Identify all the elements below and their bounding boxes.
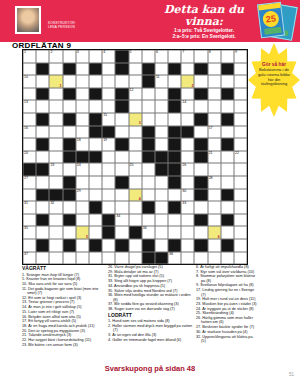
grid-cell bbox=[63, 138, 76, 151]
cell-number: 37 bbox=[24, 252, 28, 256]
grid-cell[interactable] bbox=[142, 50, 155, 63]
grid-cell[interactable] bbox=[89, 50, 102, 63]
grid-cell[interactable] bbox=[155, 226, 168, 239]
grid-cell[interactable]: 21 bbox=[208, 151, 221, 164]
grid-cell[interactable] bbox=[234, 113, 247, 126]
grid-cell[interactable] bbox=[155, 100, 168, 113]
grid-cell[interactable] bbox=[142, 113, 155, 126]
grid-cell[interactable] bbox=[115, 151, 128, 164]
grid-cell[interactable] bbox=[102, 88, 115, 101]
grid-cell[interactable] bbox=[49, 252, 62, 265]
grid-cell[interactable] bbox=[194, 201, 207, 214]
grid-cell bbox=[168, 239, 181, 252]
cell-number: 8 bbox=[209, 50, 211, 54]
grid-cell[interactable]: 8 bbox=[208, 50, 221, 63]
cell-number: 3 bbox=[77, 50, 79, 54]
grid-cell[interactable] bbox=[129, 126, 142, 139]
grid-cell[interactable]: 16 bbox=[23, 126, 36, 139]
grid-cell[interactable] bbox=[168, 50, 181, 63]
grid-cell[interactable] bbox=[102, 252, 115, 265]
grid-cell bbox=[115, 63, 128, 76]
grid-cell bbox=[89, 239, 102, 252]
grid-cell[interactable]: 18 bbox=[76, 138, 89, 151]
clue-item: 14. Är man ju inte i gott sällskap (5) bbox=[22, 305, 105, 309]
grid-cell bbox=[168, 201, 181, 214]
cell-number: 2 bbox=[50, 50, 52, 54]
grid-cell[interactable] bbox=[208, 189, 221, 202]
grid-cell[interactable]: 14 bbox=[181, 100, 194, 113]
grid-cell[interactable] bbox=[221, 100, 234, 113]
grid-cell[interactable] bbox=[208, 100, 221, 113]
grid-cell[interactable] bbox=[63, 75, 76, 88]
grid-cell[interactable] bbox=[49, 113, 62, 126]
grid-cell[interactable] bbox=[36, 226, 49, 239]
grid-cell[interactable] bbox=[234, 226, 247, 239]
grid-cell[interactable] bbox=[129, 201, 142, 214]
grid-cell[interactable] bbox=[194, 126, 207, 139]
grid-cell[interactable] bbox=[234, 75, 247, 88]
grid-cell[interactable] bbox=[115, 226, 128, 239]
grid-cell[interactable] bbox=[102, 189, 115, 202]
grid-cell[interactable] bbox=[23, 138, 36, 151]
cell-number: 38 bbox=[169, 252, 173, 256]
grid-cell bbox=[36, 214, 49, 227]
grid-cell[interactable]: 5 bbox=[76, 226, 89, 239]
grid-cell[interactable]: 33 bbox=[181, 201, 194, 214]
grid-cell[interactable]: 23 bbox=[49, 163, 62, 176]
grid-cell[interactable] bbox=[23, 88, 36, 101]
ticket-value-badge: 25 bbox=[262, 10, 280, 28]
grid-cell bbox=[155, 151, 168, 164]
grid-cell[interactable] bbox=[168, 189, 181, 202]
grid-cell[interactable]: 27 bbox=[23, 176, 36, 189]
cell-number: 30 bbox=[182, 189, 186, 193]
grid-cell[interactable]: 12 bbox=[129, 88, 142, 101]
grid-cell[interactable] bbox=[89, 252, 102, 265]
grid-cell[interactable] bbox=[168, 75, 181, 88]
grid-cell[interactable] bbox=[181, 214, 194, 227]
cell-number: 23 bbox=[50, 163, 54, 167]
grid-cell bbox=[63, 113, 76, 126]
grid-cell[interactable] bbox=[115, 201, 128, 214]
grid-cell[interactable] bbox=[89, 176, 102, 189]
grid-cell[interactable] bbox=[168, 113, 181, 126]
grid-cell bbox=[155, 252, 168, 265]
grid-cell[interactable] bbox=[76, 252, 89, 265]
grid-cell[interactable] bbox=[181, 113, 194, 126]
grid-cell[interactable]: 32 bbox=[49, 201, 62, 214]
grid-cell bbox=[142, 126, 155, 139]
grid-cell[interactable] bbox=[102, 201, 115, 214]
grid-cell[interactable]: 10 bbox=[23, 75, 36, 88]
grid-cell[interactable] bbox=[155, 239, 168, 252]
grid-cell[interactable] bbox=[129, 252, 142, 265]
grid-cell[interactable] bbox=[234, 239, 247, 252]
grid-cell bbox=[102, 226, 115, 239]
grid-cell[interactable]: 24 bbox=[76, 163, 89, 176]
grid-cell[interactable] bbox=[63, 163, 76, 176]
grid-cell bbox=[168, 176, 181, 189]
grid-cell[interactable] bbox=[23, 214, 36, 227]
grid-cell[interactable] bbox=[208, 88, 221, 101]
grid-cell[interactable] bbox=[63, 226, 76, 239]
grid-cell[interactable] bbox=[181, 226, 194, 239]
clue-item: 16. Betyder även alltid som åtta (5) bbox=[22, 315, 105, 319]
grid-cell[interactable] bbox=[36, 252, 49, 265]
grid-cell[interactable]: 15 bbox=[102, 113, 115, 126]
grid-cell[interactable]: 25 bbox=[129, 163, 142, 176]
grid-cell[interactable] bbox=[36, 151, 49, 164]
grid-cell[interactable] bbox=[234, 252, 247, 265]
cell-number: 13 bbox=[24, 100, 28, 104]
scratch-area bbox=[264, 27, 282, 35]
grid-cell[interactable] bbox=[49, 239, 62, 252]
clue-item: 5. Knaster från en knastes höjd (8) bbox=[22, 277, 105, 281]
grid-cell[interactable] bbox=[221, 151, 234, 164]
grid-cell[interactable]: 17 bbox=[208, 126, 221, 139]
grid-cell[interactable] bbox=[23, 239, 36, 252]
grid-cell[interactable] bbox=[181, 151, 194, 164]
cell-number: 1 bbox=[24, 50, 26, 54]
clue-item: 3. Är än egen vid den lilla (3) bbox=[108, 333, 193, 337]
grid-cell[interactable] bbox=[102, 100, 115, 113]
grid-cell[interactable] bbox=[234, 189, 247, 202]
grid-cell[interactable] bbox=[36, 50, 49, 63]
grid-cell[interactable]: 30 bbox=[181, 189, 194, 202]
grid-cell[interactable]: 7 bbox=[181, 50, 194, 63]
grid-cell[interactable] bbox=[221, 252, 234, 265]
grid-cell[interactable] bbox=[63, 100, 76, 113]
grid-cell bbox=[142, 63, 155, 76]
grid-cell[interactable] bbox=[142, 189, 155, 202]
grid-cell[interactable] bbox=[221, 50, 234, 63]
grid-cell[interactable] bbox=[36, 201, 49, 214]
grid-cell bbox=[63, 151, 76, 164]
grid-cell[interactable] bbox=[155, 138, 168, 151]
clue-item: 32. Uppvecklingarna att klättra på (5) bbox=[196, 335, 258, 344]
grid-cell[interactable]: 3 bbox=[129, 113, 142, 126]
grid-cell[interactable] bbox=[194, 252, 207, 265]
clue-item: 10. Ska vara unik för var vara (5) bbox=[22, 282, 105, 286]
clue-item: 1. Svänger man ihop till längor (7) bbox=[22, 273, 105, 277]
grid-cell[interactable] bbox=[129, 138, 142, 151]
grid-cell[interactable] bbox=[194, 163, 207, 176]
grid-cell[interactable] bbox=[129, 151, 142, 164]
grid-cell[interactable] bbox=[221, 176, 234, 189]
grid-cell[interactable]: 9 bbox=[234, 50, 247, 63]
grid-cell bbox=[221, 189, 234, 202]
grid-cell bbox=[63, 88, 76, 101]
grid-cell[interactable] bbox=[208, 75, 221, 88]
grid-cell[interactable] bbox=[155, 189, 168, 202]
grid-cell[interactable] bbox=[155, 126, 168, 139]
grid-cell[interactable] bbox=[76, 100, 89, 113]
grid-cell[interactable] bbox=[221, 226, 234, 239]
grid-cell[interactable]: 11 bbox=[155, 75, 168, 88]
grid-cell[interactable] bbox=[23, 113, 36, 126]
grid-cell[interactable] bbox=[208, 113, 221, 126]
grid-cell[interactable] bbox=[155, 88, 168, 101]
grid-cell[interactable] bbox=[76, 126, 89, 139]
grid-cell[interactable] bbox=[36, 75, 49, 88]
grid-cell[interactable] bbox=[63, 201, 76, 214]
grid-cell[interactable] bbox=[155, 113, 168, 126]
grid-cell bbox=[142, 252, 155, 265]
grid-cell bbox=[194, 63, 207, 76]
grid-cell[interactable]: 2 bbox=[49, 50, 62, 63]
grid-cell[interactable] bbox=[234, 201, 247, 214]
grid-cell[interactable]: 2 bbox=[181, 75, 194, 88]
clue-item: 25. Skenförändring (4) bbox=[196, 311, 258, 315]
clue-item: 9. Svetlanas följeslagare att ha (8) bbox=[196, 283, 258, 287]
grid-cell[interactable] bbox=[49, 126, 62, 139]
grid-cell[interactable] bbox=[234, 176, 247, 189]
grid-cell[interactable] bbox=[49, 63, 62, 76]
grid-cell[interactable] bbox=[194, 75, 207, 88]
grid-cell bbox=[115, 176, 128, 189]
grid-cell[interactable] bbox=[102, 239, 115, 252]
clue-item: 18. Är en fråga med känsla och praktik (… bbox=[22, 324, 105, 328]
grid-cell[interactable] bbox=[49, 214, 62, 227]
grid-cell[interactable] bbox=[234, 163, 247, 176]
grid-cell[interactable] bbox=[142, 214, 155, 227]
grid-cell[interactable] bbox=[89, 163, 102, 176]
grid-cell[interactable] bbox=[89, 189, 102, 202]
grid-cell[interactable] bbox=[194, 100, 207, 113]
grid-cell[interactable] bbox=[49, 176, 62, 189]
grid-cell bbox=[36, 163, 49, 176]
grid-cell bbox=[221, 138, 234, 151]
grid-cell[interactable] bbox=[155, 63, 168, 76]
clue-item: 7. Styr som väl över världarna (10) bbox=[196, 270, 258, 274]
grid-cell[interactable]: 6 bbox=[155, 50, 168, 63]
grid-cell[interactable] bbox=[181, 176, 194, 189]
grid-cell[interactable]: 37 bbox=[23, 252, 36, 265]
grid-cell[interactable] bbox=[49, 100, 62, 113]
prize-info: Detta kan du vinna: 1:a pris: Två Sverig… bbox=[150, 4, 258, 41]
grid-cell[interactable] bbox=[115, 75, 128, 88]
clue-item: 1. Hund som ses vid matens sida (8) bbox=[108, 319, 193, 323]
grid-cell[interactable]: 31 bbox=[23, 201, 36, 214]
grid-cell[interactable] bbox=[36, 126, 49, 139]
grid-cell[interactable] bbox=[155, 214, 168, 227]
grid-cell[interactable] bbox=[115, 252, 128, 265]
cell-number: 7 bbox=[182, 50, 184, 54]
grid-cell[interactable] bbox=[49, 138, 62, 151]
grid-cell[interactable]: 19 bbox=[102, 138, 115, 151]
clue-item: 17. Lindrig görning får en i Sverige (7) bbox=[196, 288, 258, 297]
cell-number: 33 bbox=[182, 201, 186, 205]
grid-cell[interactable] bbox=[23, 63, 36, 76]
grid-cell[interactable] bbox=[234, 88, 247, 101]
grid-cell[interactable] bbox=[89, 100, 102, 113]
grid-cell[interactable] bbox=[234, 126, 247, 139]
constructor-photo bbox=[15, 6, 41, 34]
grid-cell bbox=[194, 239, 207, 252]
grid-cell[interactable] bbox=[129, 214, 142, 227]
grid-cell bbox=[89, 113, 102, 126]
grid-cell[interactable]: 3 bbox=[76, 50, 89, 63]
grid-cell[interactable] bbox=[129, 63, 142, 76]
cell-number: 27 bbox=[24, 176, 28, 180]
grid-cell[interactable] bbox=[49, 151, 62, 164]
cell-number: 12 bbox=[130, 88, 134, 92]
grid-cell[interactable]: 26 bbox=[181, 163, 194, 176]
grid-cell[interactable]: 4 bbox=[102, 50, 115, 63]
cell-number: 34 bbox=[116, 214, 120, 218]
grid-cell bbox=[36, 138, 49, 151]
grid-cell bbox=[115, 88, 128, 101]
grid-cell[interactable]: 1 bbox=[23, 50, 36, 63]
grid-cell[interactable] bbox=[208, 163, 221, 176]
grid-cell[interactable] bbox=[168, 226, 181, 239]
grid-cell[interactable] bbox=[102, 63, 115, 76]
grid-cell[interactable] bbox=[208, 252, 221, 265]
cell-number: 22 bbox=[235, 151, 239, 155]
grid-cell[interactable] bbox=[181, 239, 194, 252]
grid-cell[interactable] bbox=[115, 126, 128, 139]
grid-cell[interactable] bbox=[168, 214, 181, 227]
grid-cell[interactable]: 38 bbox=[168, 252, 181, 265]
grid-cell[interactable] bbox=[234, 214, 247, 227]
grid-cell[interactable] bbox=[142, 163, 155, 176]
grid-cell[interactable] bbox=[221, 126, 234, 139]
grid-cell[interactable] bbox=[63, 50, 76, 63]
grid-cell[interactable] bbox=[76, 75, 89, 88]
grid-cell[interactable]: 1 bbox=[49, 75, 62, 88]
grid-cell[interactable] bbox=[234, 63, 247, 76]
grid-cell bbox=[115, 138, 128, 151]
grid-cell[interactable] bbox=[76, 88, 89, 101]
grid-cell[interactable] bbox=[194, 50, 207, 63]
grid-cell[interactable] bbox=[155, 176, 168, 189]
grid-cell bbox=[63, 63, 76, 76]
clue-item: 37. Blir sedda före gå sevärd okänning (… bbox=[108, 302, 193, 306]
grid-cell[interactable] bbox=[208, 138, 221, 151]
clue-item: 11. Det goda bagaren gör som bäst (men i… bbox=[22, 287, 105, 296]
grid-cell[interactable] bbox=[181, 88, 194, 101]
clue-item: 4. Gäller en trimmande fågel men ibland … bbox=[108, 338, 193, 342]
grid-cell[interactable] bbox=[63, 126, 76, 139]
grid-cell[interactable] bbox=[49, 88, 62, 101]
clue-item: 12. Ett som är högt rankat i spel (3) bbox=[22, 296, 105, 300]
grid-cell[interactable] bbox=[76, 239, 89, 252]
grid-cell[interactable] bbox=[234, 100, 247, 113]
grid-cell[interactable] bbox=[89, 75, 102, 88]
grid-cell[interactable] bbox=[194, 226, 207, 239]
grid-cell[interactable] bbox=[181, 138, 194, 151]
grid-cell[interactable] bbox=[36, 176, 49, 189]
grid-cell[interactable] bbox=[23, 189, 36, 202]
grid-cell[interactable]: 4 bbox=[129, 189, 142, 202]
grid-cell[interactable] bbox=[102, 163, 115, 176]
cell-number: 17 bbox=[209, 126, 213, 130]
grid-cell bbox=[89, 88, 102, 101]
grid-cell[interactable] bbox=[36, 100, 49, 113]
lottery-tickets-graphic: 25 bbox=[252, 2, 298, 42]
grid-cell bbox=[115, 239, 128, 252]
clue-item: 13. Testar gränser i process (7) bbox=[22, 300, 105, 304]
grid-cell bbox=[168, 163, 181, 176]
grid-cell bbox=[115, 100, 128, 113]
grid-cell[interactable] bbox=[76, 201, 89, 214]
grid-cell bbox=[36, 88, 49, 101]
grid-cell[interactable] bbox=[76, 63, 89, 76]
grid-cell[interactable]: 22 bbox=[234, 151, 247, 164]
grid-cell[interactable] bbox=[76, 214, 89, 227]
grid-cell[interactable] bbox=[129, 100, 142, 113]
grid-cell[interactable] bbox=[181, 252, 194, 265]
grid-cell bbox=[221, 88, 234, 101]
grid-cell[interactable] bbox=[234, 138, 247, 151]
cell-number: 6 bbox=[156, 50, 158, 54]
grid-cell[interactable] bbox=[208, 201, 221, 214]
grid-cell[interactable] bbox=[221, 163, 234, 176]
grid-cell[interactable] bbox=[102, 151, 115, 164]
grid-cell bbox=[194, 113, 207, 126]
grid-cell bbox=[23, 163, 36, 176]
grid-cell bbox=[168, 88, 181, 101]
grid-cell bbox=[115, 50, 128, 63]
grid-cell[interactable] bbox=[129, 239, 142, 252]
grid-cell[interactable]: 34 bbox=[115, 214, 128, 227]
grid-cell bbox=[181, 126, 194, 139]
grid-cell[interactable] bbox=[142, 88, 155, 101]
grid-cell[interactable]: 36 bbox=[142, 226, 155, 239]
grid-cell[interactable] bbox=[142, 100, 155, 113]
grid-cell[interactable] bbox=[89, 226, 102, 239]
grid-cell[interactable]: 29 bbox=[76, 189, 89, 202]
grid-cell[interactable] bbox=[115, 189, 128, 202]
grid-cell[interactable] bbox=[181, 63, 194, 76]
grid-cell[interactable] bbox=[129, 75, 142, 88]
grid-cell[interactable] bbox=[76, 113, 89, 126]
grid-cell[interactable] bbox=[208, 63, 221, 76]
grid-cell[interactable] bbox=[102, 75, 115, 88]
grid-cell[interactable] bbox=[89, 138, 102, 151]
grid-cell bbox=[142, 138, 155, 151]
cell-number: 24 bbox=[77, 163, 81, 167]
cell-number: 15 bbox=[103, 113, 107, 117]
cell-number: 10 bbox=[24, 75, 28, 79]
grid-cell[interactable] bbox=[115, 113, 128, 126]
grid-cell[interactable] bbox=[76, 176, 89, 189]
clue-item: 27. Beskriver bäckte synder för (7) bbox=[196, 325, 258, 329]
grid-cell[interactable]: 28 bbox=[208, 176, 221, 189]
grid-cell[interactable]: 13 bbox=[23, 100, 36, 113]
grid-cell[interactable]: 5 bbox=[129, 50, 142, 63]
grid-cell[interactable] bbox=[208, 214, 221, 227]
grid-cell[interactable]: 20 bbox=[23, 151, 36, 164]
grid-cell[interactable]: 35 bbox=[23, 226, 36, 239]
grid-cell bbox=[221, 63, 234, 76]
grid-cell[interactable] bbox=[49, 226, 62, 239]
grid-cell[interactable] bbox=[208, 239, 221, 252]
grid-cell[interactable] bbox=[63, 252, 76, 265]
clue-item: 23. Blir bättre i en annan form (3) bbox=[22, 343, 105, 347]
grid-cell[interactable] bbox=[129, 176, 142, 189]
grid-cell[interactable] bbox=[89, 214, 102, 227]
grid-cell[interactable] bbox=[155, 201, 168, 214]
grid-cell[interactable] bbox=[221, 75, 234, 88]
grid-cell[interactable]: 6 bbox=[208, 226, 221, 239]
grid-cell[interactable] bbox=[102, 176, 115, 189]
grid-cell[interactable] bbox=[221, 201, 234, 214]
grid-cell[interactable] bbox=[142, 176, 155, 189]
grid-cell[interactable] bbox=[115, 163, 128, 176]
grid-cell bbox=[142, 75, 155, 88]
grid-cell bbox=[142, 239, 155, 252]
